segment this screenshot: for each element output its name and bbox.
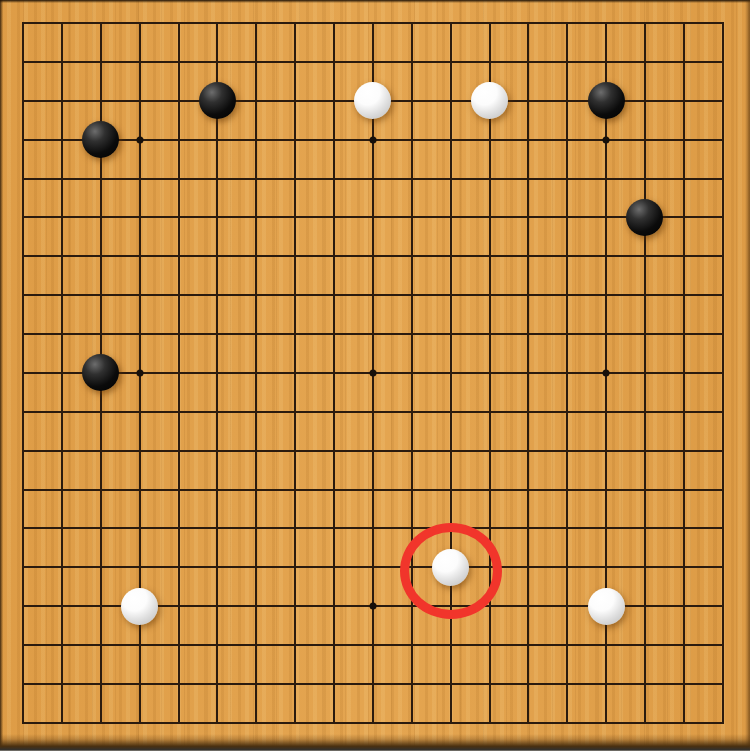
stones-grid	[4, 4, 743, 743]
white-stone[interactable]	[354, 82, 391, 119]
black-stone[interactable]	[82, 354, 119, 391]
white-stone[interactable]	[471, 82, 508, 119]
black-stone[interactable]	[82, 121, 119, 158]
go-board[interactable]	[0, 0, 750, 751]
board-edge-right	[745, 0, 750, 751]
black-stone[interactable]	[588, 82, 625, 119]
white-stone[interactable]	[588, 588, 625, 625]
white-stone[interactable]	[121, 588, 158, 625]
board-edge-left	[0, 0, 3, 751]
board-edge-shadow	[0, 734, 750, 751]
board-edge-top	[0, 0, 750, 3]
black-stone[interactable]	[199, 82, 236, 119]
black-stone[interactable]	[626, 199, 663, 236]
last-move-marker	[400, 523, 502, 619]
